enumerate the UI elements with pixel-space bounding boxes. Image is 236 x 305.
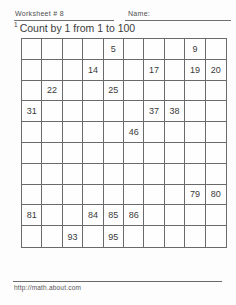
grid-cell-r2c1[interactable] <box>22 60 42 81</box>
grid-cell-r9c10[interactable] <box>206 205 226 226</box>
title-exercise-number: 1 <box>14 21 18 28</box>
grid-cell-r8c3[interactable] <box>63 185 83 206</box>
grid-cell-r1c10[interactable] <box>206 39 226 60</box>
grid-cell-r2c4: 14 <box>83 60 103 81</box>
grid-cell-r3c3[interactable] <box>63 81 83 102</box>
grid-cell-r8c10: 80 <box>206 185 226 206</box>
grid-cell-r1c5: 5 <box>104 39 124 60</box>
grid-cell-r10c1[interactable] <box>22 226 42 247</box>
grid-cell-r8c8[interactable] <box>165 185 185 206</box>
grid-cell-r7c8[interactable] <box>165 164 185 185</box>
grid-cell-r5c9[interactable] <box>185 122 205 143</box>
grid-cell-r7c5[interactable] <box>104 164 124 185</box>
grid-cell-r8c5[interactable] <box>104 185 124 206</box>
grid-cell-r3c10[interactable] <box>206 81 226 102</box>
footer-url: http://math.about.com <box>14 284 81 291</box>
grid-cell-r3c2: 22 <box>42 81 62 102</box>
name-label: Name: <box>128 10 150 17</box>
grid-cell-r6c3[interactable] <box>63 143 83 164</box>
grid-cell-r8c7[interactable] <box>144 185 164 206</box>
grid-cell-r10c10[interactable] <box>206 226 226 247</box>
grid-cell-r5c5[interactable] <box>104 122 124 143</box>
grid-cell-r1c8[interactable] <box>165 39 185 60</box>
grid-cell-r8c6[interactable] <box>124 185 144 206</box>
grid-cell-r7c4[interactable] <box>83 164 103 185</box>
grid-cell-r5c7[interactable] <box>144 122 164 143</box>
grid-cell-r4c1: 31 <box>22 101 42 122</box>
grid-cell-r9c9[interactable] <box>185 205 205 226</box>
grid-cell-r9c3[interactable] <box>63 205 83 226</box>
grid-cell-r10c4[interactable] <box>83 226 103 247</box>
grid-cell-r1c1[interactable] <box>22 39 42 60</box>
grid-cell-r1c3[interactable] <box>63 39 83 60</box>
grid-cell-r7c9[interactable] <box>185 164 205 185</box>
grid-cell-r8c2[interactable] <box>42 185 62 206</box>
grid-cell-r8c9: 79 <box>185 185 205 206</box>
grid-cell-r2c7: 17 <box>144 60 164 81</box>
grid-cell-r9c6: 86 <box>124 205 144 226</box>
grid-cell-r6c9[interactable] <box>185 143 205 164</box>
worksheet-underline <box>14 20 114 21</box>
grid-cell-r6c2[interactable] <box>42 143 62 164</box>
grid-cell-r10c7[interactable] <box>144 226 164 247</box>
worksheet-number-label: Worksheet # 8 <box>15 10 64 17</box>
grid-cell-r3c5: 25 <box>104 81 124 102</box>
grid-cell-r1c2[interactable] <box>42 39 62 60</box>
grid-cell-r10c9[interactable] <box>185 226 205 247</box>
grid-cell-r10c6[interactable] <box>124 226 144 247</box>
grid-cell-r8c1[interactable] <box>22 185 42 206</box>
grid-cell-r6c1[interactable] <box>22 143 42 164</box>
grid-cell-r4c9[interactable] <box>185 101 205 122</box>
grid-cell-r6c10[interactable] <box>206 143 226 164</box>
name-underline <box>125 20 231 21</box>
grid-cell-r9c4: 84 <box>83 205 103 226</box>
grid-cell-r6c6[interactable] <box>124 143 144 164</box>
grid-cell-r3c7[interactable] <box>144 81 164 102</box>
grid-cell-r1c9: 9 <box>185 39 205 60</box>
grid-cell-r2c10: 20 <box>206 60 226 81</box>
grid-cell-r10c8[interactable] <box>165 226 185 247</box>
grid-cell-r5c8[interactable] <box>165 122 185 143</box>
grid-cell-r10c2[interactable] <box>42 226 62 247</box>
grid-cell-r3c1[interactable] <box>22 81 42 102</box>
grid-cell-r3c4[interactable] <box>83 81 103 102</box>
grid-cell-r7c3[interactable] <box>63 164 83 185</box>
grid-cell-r3c9[interactable] <box>185 81 205 102</box>
grid-cell-r4c2[interactable] <box>42 101 62 122</box>
grid-cell-r10c5: 95 <box>104 226 124 247</box>
grid-cell-r5c4[interactable] <box>83 122 103 143</box>
footer-rule <box>13 281 222 282</box>
grid-cell-r8c4[interactable] <box>83 185 103 206</box>
grid-cell-r2c6[interactable] <box>124 60 144 81</box>
grid-cell-r7c2[interactable] <box>42 164 62 185</box>
grid-cell-r9c7[interactable] <box>144 205 164 226</box>
grid-cell-r4c4[interactable] <box>83 101 103 122</box>
grid-cell-r2c3[interactable] <box>63 60 83 81</box>
grid-cell-r2c5[interactable] <box>104 60 124 81</box>
grid-cell-r1c7[interactable] <box>144 39 164 60</box>
grid-cell-r3c8[interactable] <box>165 81 185 102</box>
grid-cell-r5c1[interactable] <box>22 122 42 143</box>
grid-cell-r6c8[interactable] <box>165 143 185 164</box>
grid-cell-r5c2[interactable] <box>42 122 62 143</box>
hundred-chart-grid: 59141719202225313738467980818485869395 <box>21 38 227 248</box>
grid-cell-r4c5[interactable] <box>104 101 124 122</box>
grid-cell-r1c6[interactable] <box>124 39 144 60</box>
grid-cell-r2c9: 19 <box>185 60 205 81</box>
grid-cell-r6c5[interactable] <box>104 143 124 164</box>
grid-cell-r6c7[interactable] <box>144 143 164 164</box>
page-title: 1Count by 1 from 1 to 100 <box>14 22 135 34</box>
grid-cell-r9c5: 85 <box>104 205 124 226</box>
worksheet-page: Worksheet # 8 Name: 1Count by 1 from 1 t… <box>0 0 236 305</box>
grid-cell-r9c2[interactable] <box>42 205 62 226</box>
title-text: Count by 1 from 1 to 100 <box>20 22 136 34</box>
grid-cell-r5c6: 46 <box>124 122 144 143</box>
grid-cell-r4c7: 37 <box>144 101 164 122</box>
grid-cell-r7c7[interactable] <box>144 164 164 185</box>
grid-cell-r7c6[interactable] <box>124 164 144 185</box>
grid-cell-r9c1: 81 <box>22 205 42 226</box>
grid-cell-r9c8[interactable] <box>165 205 185 226</box>
grid-cell-r7c10[interactable] <box>206 164 226 185</box>
grid-cell-r10c3: 93 <box>63 226 83 247</box>
grid-cell-r3c6[interactable] <box>124 81 144 102</box>
grid-cell-r2c2[interactable] <box>42 60 62 81</box>
grid-cell-r2c8[interactable] <box>165 60 185 81</box>
grid-cell-r5c10[interactable] <box>206 122 226 143</box>
grid-cell-r4c10[interactable] <box>206 101 226 122</box>
grid-cell-r4c6[interactable] <box>124 101 144 122</box>
grid-cell-r4c3[interactable] <box>63 101 83 122</box>
grid-cell-r4c8: 38 <box>165 101 185 122</box>
grid-cell-r5c3[interactable] <box>63 122 83 143</box>
grid-cell-r6c4[interactable] <box>83 143 103 164</box>
grid-cell-r1c4[interactable] <box>83 39 103 60</box>
grid-cell-r7c1[interactable] <box>22 164 42 185</box>
